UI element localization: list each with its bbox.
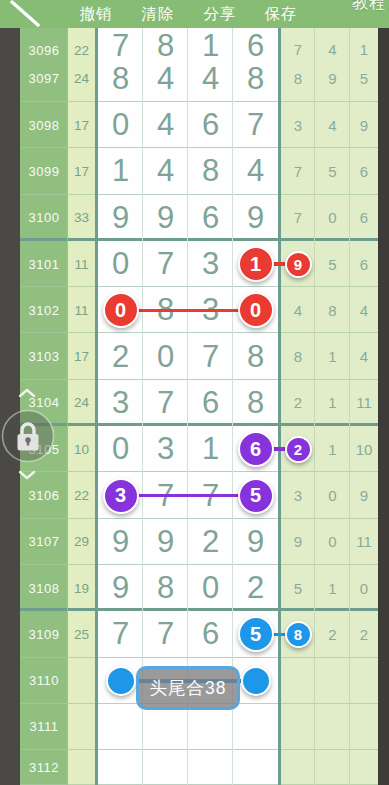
sum-cell-text: 17	[74, 164, 89, 179]
issue-cell-text: 3112	[29, 760, 59, 775]
issue-cell: 3101	[20, 241, 68, 287]
issue-cell: 3099	[20, 148, 68, 194]
stat-cell: 9	[315, 56, 350, 102]
stat-cell-text: 4	[360, 348, 368, 365]
back-stroke-icon[interactable]	[0, 0, 48, 28]
digit-cell-text: 8	[112, 61, 129, 97]
issue-cell: 3112	[20, 750, 68, 785]
table-row-3101: 31011107356	[20, 241, 378, 287]
stat-cell-text: 9	[328, 70, 336, 87]
digit-cell-text: 9	[247, 524, 264, 560]
digit-cell-text: 2	[202, 524, 219, 560]
digit-cell[interactable]: 7	[143, 472, 188, 518]
app-screen: 3096227816741309724844889530981704673493…	[0, 0, 389, 785]
digit-cell[interactable]: 0	[143, 333, 188, 379]
digit-cell-text: 8	[247, 385, 264, 421]
digit-cell-text: 2	[247, 570, 264, 606]
issue-cell: 3100	[20, 195, 68, 241]
stat-cell-text: 3	[294, 487, 302, 504]
issue-cell-text: 3098	[29, 118, 60, 133]
issue-cell-text: 3108	[29, 581, 60, 596]
stat-cell-text: 2	[294, 394, 302, 411]
sum-cell: 33	[68, 195, 95, 241]
digit-cell[interactable]: 0	[98, 426, 143, 472]
digit-cell[interactable]: 4	[233, 148, 278, 194]
table-row-3097: 3097248448895	[20, 56, 378, 102]
digit-cell[interactable]	[233, 241, 278, 287]
stat-cell	[350, 704, 378, 750]
digit-cell[interactable]	[98, 472, 143, 518]
digit-cell-text: 4	[202, 61, 219, 97]
sum-cell-text: 10	[74, 442, 89, 457]
digit-cell[interactable]: 2	[233, 565, 278, 611]
table-row-3096: 3096227816741	[20, 28, 378, 56]
digit-cell[interactable]: 7	[143, 241, 188, 287]
issue-cell-text: 3102	[29, 303, 60, 318]
sum-cell-text: 17	[74, 349, 89, 364]
save-button[interactable]: 保存	[265, 4, 298, 25]
digit-cell[interactable]: 7	[98, 611, 143, 657]
stat-cell-text: 11	[356, 533, 372, 550]
stat-cell	[350, 750, 378, 785]
sum-cell-text: 22	[74, 488, 89, 503]
digit-cell-text: 7	[247, 107, 264, 143]
table-row-3099: 3099171484756	[20, 148, 378, 194]
stat-cell-text: 1	[360, 41, 368, 56]
digit-cell[interactable]	[233, 750, 278, 785]
stat-cell-text: 5	[328, 256, 336, 273]
sum-cell: 17	[68, 333, 95, 379]
sum-cell: 11	[68, 287, 95, 333]
digit-cell[interactable]: 9	[233, 195, 278, 241]
stat-cell-text: 0	[360, 580, 368, 597]
digit-cell-text: 6	[202, 107, 219, 143]
table-row-3110: 3110	[20, 658, 378, 704]
digit-cell-text: 4	[157, 61, 174, 97]
digit-cell[interactable]	[143, 658, 188, 704]
sum-cell: 10	[68, 426, 95, 472]
stat-cell: 3	[281, 102, 315, 148]
sum-cell-text: 17	[74, 118, 89, 133]
sum-cell: 24	[68, 380, 95, 426]
issue-cell: 3109	[20, 611, 68, 657]
sum-cell-text: 22	[74, 43, 89, 56]
stat-cell-text: 6	[360, 256, 368, 273]
sum-cell-text: 11	[74, 257, 88, 272]
digit-cell[interactable]: 6	[233, 28, 278, 56]
stat-cell	[281, 241, 315, 287]
stat-cell-text: 1	[328, 580, 336, 597]
stat-cell: 7	[281, 148, 315, 194]
stat-cell: 0	[315, 519, 350, 565]
digit-cell-text: 4	[157, 107, 174, 143]
chevron-down-icon[interactable]	[18, 470, 36, 480]
digit-cell-text: 0	[112, 107, 129, 143]
stat-cell-text: 10	[356, 441, 373, 458]
stat-cell	[281, 658, 315, 704]
sum-cell	[68, 750, 95, 785]
share-button[interactable]: 分享	[204, 4, 237, 25]
trend-chart-grid: 3096227816741309724844889530981704673493…	[20, 28, 378, 785]
stat-cell: 1	[315, 565, 350, 611]
sum-cell: 22	[68, 472, 95, 518]
stat-cell-text: 5	[328, 163, 336, 180]
sum-cell-text: 29	[74, 534, 89, 549]
issue-cell-text: 3110	[29, 673, 59, 688]
digit-cell[interactable]: 8	[233, 380, 278, 426]
digit-cell[interactable]	[143, 750, 188, 785]
stat-cell-text: 2	[360, 626, 368, 643]
sum-cell	[68, 704, 95, 750]
stat-cell: 6	[350, 241, 378, 287]
issue-cell-text: 3100	[29, 210, 60, 225]
issue-cell-text: 3096	[29, 43, 60, 56]
digit-cell-text: 8	[157, 570, 174, 606]
issue-cell-text: 3107	[29, 534, 60, 549]
issue-cell: 3103	[20, 333, 68, 379]
digit-cell-text: 4	[247, 153, 264, 189]
chevron-up-icon[interactable]	[18, 388, 36, 398]
sum-cell-text: 33	[74, 210, 89, 225]
digit-cell[interactable]: 6	[188, 380, 233, 426]
sum-cell-text: 11	[74, 303, 88, 318]
sum-cell	[68, 658, 95, 704]
digit-cell-text: 9	[112, 524, 129, 560]
sum-cell-text: 25	[74, 627, 89, 642]
digit-cell[interactable]: 7	[143, 380, 188, 426]
stat-cell: 9	[350, 102, 378, 148]
digit-cell-text: 3	[202, 246, 219, 282]
stat-cell-text: 7	[294, 209, 302, 226]
digit-cell[interactable]: 6	[188, 195, 233, 241]
sum-cell: 25	[68, 611, 95, 657]
stat-cell-text: 0	[328, 487, 336, 504]
toolbar: 撤销 清除 分享 保存 教程	[0, 0, 389, 28]
sum-cell: 29	[68, 519, 95, 565]
table-row-3104: 31042437682111	[20, 380, 378, 426]
stat-cell: 1	[315, 426, 350, 472]
digit-cell[interactable]	[143, 704, 188, 750]
stat-cell: 0	[315, 472, 350, 518]
stat-cell-text: 9	[360, 117, 368, 134]
digit-cell[interactable]: 7	[233, 102, 278, 148]
stat-cell-text: 1	[328, 348, 336, 365]
sum-cell: 19	[68, 565, 95, 611]
digit-cell[interactable]	[98, 704, 143, 750]
digit-cell-text: 1	[202, 28, 219, 56]
stat-cell: 8	[281, 333, 315, 379]
sum-cell: 11	[68, 241, 95, 287]
stat-cell: 3	[281, 472, 315, 518]
stat-cell: 1	[315, 380, 350, 426]
digit-cell[interactable]	[98, 750, 143, 785]
stat-cell	[281, 426, 315, 472]
sum-cell-text: 19	[74, 581, 89, 596]
digit-cell[interactable]: 2	[188, 519, 233, 565]
stat-cell-text: 4	[360, 302, 368, 319]
digit-cell[interactable]: 8	[233, 56, 278, 102]
stat-cell-text: 4	[328, 41, 336, 56]
clear-button[interactable]: 清除	[142, 4, 175, 25]
digit-cell[interactable]	[233, 426, 278, 472]
undo-button[interactable]: 撤销	[80, 4, 113, 25]
digit-cell[interactable]: 3	[188, 287, 233, 333]
stat-cell	[281, 750, 315, 785]
issue-cell-text: 3109	[29, 627, 60, 642]
stat-cell	[315, 658, 350, 704]
digit-cell[interactable]	[98, 287, 143, 333]
digit-cell-text: 0	[112, 246, 129, 282]
digit-cell[interactable]: 8	[143, 28, 188, 56]
table-row-3107: 31072999299011	[20, 519, 378, 565]
stat-cell	[315, 704, 350, 750]
digit-cell[interactable]	[233, 611, 278, 657]
digit-cell[interactable]: 9	[98, 565, 143, 611]
stat-cell: 5	[315, 241, 350, 287]
issue-cell-text: 3101	[29, 257, 60, 272]
digit-cell-text: 7	[202, 478, 219, 514]
sum-cell-text: 24	[74, 71, 89, 86]
stat-cell	[315, 750, 350, 785]
digit-cell[interactable]: 8	[143, 565, 188, 611]
digit-cell[interactable]: 7	[143, 611, 188, 657]
digit-cell[interactable]: 4	[188, 56, 233, 102]
stat-cell-text: 6	[360, 209, 368, 226]
digit-cell-text: 9	[112, 570, 129, 606]
stat-cell: 11	[350, 519, 378, 565]
stat-cell: 8	[281, 56, 315, 102]
digit-cell[interactable]	[98, 658, 143, 704]
stat-cell-text: 0	[328, 209, 336, 226]
digit-cell-text: 3	[157, 431, 174, 467]
stat-cell-text: 4	[328, 117, 336, 134]
tutorial-button[interactable]: 教程	[352, 0, 386, 14]
digit-cell[interactable]	[233, 287, 278, 333]
stat-cell: 4	[350, 287, 378, 333]
digit-cell-text: 9	[157, 524, 174, 560]
digit-cell-text: 7	[112, 28, 129, 56]
stat-cell-text: 2	[328, 626, 336, 643]
issue-cell: 3111	[20, 704, 68, 750]
digit-cell[interactable]	[188, 704, 233, 750]
digit-cell[interactable]: 8	[143, 287, 188, 333]
stat-cell: 5	[350, 56, 378, 102]
digit-cell-text: 6	[202, 200, 219, 236]
issue-cell: 3108	[20, 565, 68, 611]
issue-cell: 3097	[20, 56, 68, 102]
stat-cell: 4	[315, 102, 350, 148]
stat-cell-text: 8	[328, 302, 336, 319]
digit-cell-text: 9	[157, 200, 174, 236]
digit-cell[interactable]: 8	[188, 148, 233, 194]
stat-cell: 2	[350, 611, 378, 657]
stat-cell: 9	[281, 519, 315, 565]
digit-cell[interactable]: 1	[188, 28, 233, 56]
table-row-3102: 31021183484	[20, 287, 378, 333]
stat-cell: 1	[315, 333, 350, 379]
issue-cell-text: 3103	[29, 349, 60, 364]
issue-cell: 3098	[20, 102, 68, 148]
digit-cell[interactable]: 9	[98, 519, 143, 565]
sum-cell: 17	[68, 148, 95, 194]
stat-cell-text: 4	[294, 302, 302, 319]
stat-cell-text: 1	[328, 394, 336, 411]
digit-cell[interactable]: 3	[188, 241, 233, 287]
digit-cell[interactable]: 0	[98, 241, 143, 287]
digit-cell[interactable]	[233, 472, 278, 518]
digit-cell-text: 0	[202, 570, 219, 606]
digit-cell[interactable]: 0	[98, 102, 143, 148]
digit-cell-text: 8	[247, 339, 264, 375]
digit-cell[interactable]: 3	[143, 426, 188, 472]
stat-cell: 5	[315, 148, 350, 194]
stat-cell-text: 9	[360, 487, 368, 504]
stat-cell-text: 0	[328, 533, 336, 550]
issue-cell: 3110	[20, 658, 68, 704]
digit-cell[interactable]: 7	[188, 333, 233, 379]
stat-cell-text: 5	[294, 580, 302, 597]
table-row-3111: 3111	[20, 704, 378, 750]
stat-cell-text: 8	[294, 348, 302, 365]
stat-cell: 0	[315, 195, 350, 241]
digit-cell-text: 4	[157, 153, 174, 189]
digit-cell-text: 9	[112, 200, 129, 236]
issue-cell-text: 3111	[30, 719, 59, 734]
sum-cell: 17	[68, 102, 95, 148]
table-row-3106: 31062277309	[20, 472, 378, 518]
digit-cell[interactable]	[233, 704, 278, 750]
sum-cell: 22	[68, 28, 95, 56]
stat-cell-text: 7	[294, 41, 302, 56]
issue-cell-text: 3099	[29, 164, 60, 179]
sum-cell-text: 24	[74, 395, 89, 410]
digit-cell-text: 2	[112, 339, 129, 375]
digit-cell-text: 7	[202, 339, 219, 375]
stat-cell: 0	[350, 565, 378, 611]
digit-cell[interactable]: 1	[188, 426, 233, 472]
stat-cell-text: 11	[356, 394, 372, 411]
digit-cell-text: 8	[247, 61, 264, 97]
digit-cell-text: 3	[112, 385, 129, 421]
stat-cell: 6	[350, 148, 378, 194]
digit-cell[interactable]: 2	[98, 333, 143, 379]
digit-cell-text: 6	[202, 616, 219, 652]
digit-cell-text: 1	[112, 153, 129, 189]
right-edge-strip	[378, 28, 389, 785]
digit-cell[interactable]: 0	[188, 565, 233, 611]
digit-cell-text: 7	[112, 616, 129, 652]
digit-cell-text: 0	[112, 431, 129, 467]
stat-cell-text: 5	[360, 70, 368, 87]
digit-cell-text: 6	[202, 385, 219, 421]
issue-cell-text: 3106	[29, 488, 60, 503]
stat-cell: 8	[315, 287, 350, 333]
stat-cell: 9	[350, 472, 378, 518]
digit-cell-text: 9	[247, 200, 264, 236]
stat-cell	[281, 704, 315, 750]
digit-cell[interactable]: 6	[188, 102, 233, 148]
digit-cell-text: 7	[157, 478, 174, 514]
stat-cell: 7	[281, 195, 315, 241]
stat-cell-text: 1	[328, 441, 336, 458]
digit-cell[interactable]	[188, 750, 233, 785]
digit-cell-text: 8	[202, 153, 219, 189]
digit-cell[interactable]: 7	[188, 472, 233, 518]
stat-cell-text: 7	[294, 163, 302, 180]
digit-cell-text: 7	[157, 616, 174, 652]
digit-cell[interactable]: 9	[143, 519, 188, 565]
digit-cell-text: 8	[157, 28, 174, 56]
digit-cell-text: 1	[202, 431, 219, 467]
table-row-3105: 310510031110	[20, 426, 378, 472]
digit-cell-text: 3	[202, 292, 219, 328]
digit-cell[interactable]: 4	[143, 56, 188, 102]
stat-cell: 10	[350, 426, 378, 472]
stat-cell-text: 9	[294, 533, 302, 550]
digit-cell[interactable]: 9	[233, 519, 278, 565]
table-row-3098: 3098170467349	[20, 102, 378, 148]
stat-cell	[281, 611, 315, 657]
stat-cell: 6	[350, 195, 378, 241]
stat-cell: 7	[281, 28, 315, 56]
sum-cell: 24	[68, 56, 95, 102]
digit-cell[interactable]: 6	[188, 611, 233, 657]
lock-widget	[0, 382, 60, 486]
issue-cell: 3107	[20, 519, 68, 565]
digit-cell[interactable]: 8	[233, 333, 278, 379]
digit-cell[interactable]	[188, 658, 233, 704]
stat-cell-text: 3	[294, 117, 302, 134]
digit-cell-text: 6	[247, 28, 264, 56]
digit-cell[interactable]: 4	[143, 102, 188, 148]
issue-cell: 3096	[20, 28, 68, 56]
digit-cell[interactable]: 9	[98, 195, 143, 241]
lock-icon[interactable]	[1, 409, 55, 463]
issue-cell-text: 3097	[29, 71, 60, 86]
table-row-3103: 3103172078814	[20, 333, 378, 379]
stat-cell: 2	[315, 611, 350, 657]
digit-cell-text: 8	[157, 292, 174, 328]
table-row-3112: 3112	[20, 750, 378, 785]
digit-cell[interactable]: 7	[98, 28, 143, 56]
digit-cell-text: 7	[157, 385, 174, 421]
stat-cell: 5	[281, 565, 315, 611]
digit-cell[interactable]	[233, 658, 278, 704]
table-row-3109: 31092577622	[20, 611, 378, 657]
digit-cell[interactable]: 9	[143, 195, 188, 241]
issue-cell: 3102	[20, 287, 68, 333]
stat-cell: 11	[350, 380, 378, 426]
table-row-3108: 3108199802510	[20, 565, 378, 611]
stat-cell: 4	[281, 287, 315, 333]
digit-cell-text: 0	[157, 339, 174, 375]
stat-cell: 4	[315, 28, 350, 56]
digit-cell[interactable]: 8	[98, 56, 143, 102]
stat-cell: 1	[350, 28, 378, 56]
stat-cell: 2	[281, 380, 315, 426]
digit-cell[interactable]: 3	[98, 380, 143, 426]
table-row-3100: 3100339969706	[20, 195, 378, 241]
digit-cell-text: 7	[157, 246, 174, 282]
digit-cell[interactable]: 4	[143, 148, 188, 194]
stat-cell: 4	[350, 333, 378, 379]
digit-cell[interactable]: 1	[98, 148, 143, 194]
stat-cell	[350, 658, 378, 704]
stat-cell-text: 8	[294, 70, 302, 87]
stat-cell-text: 6	[360, 163, 368, 180]
